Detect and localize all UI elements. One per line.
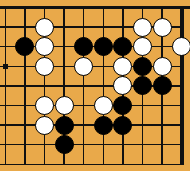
intersection-M13[interactable] xyxy=(35,115,55,135)
intersection-P19[interactable] xyxy=(93,0,113,17)
intersection-Q14[interactable] xyxy=(113,96,133,116)
stone-white-M13[interactable] xyxy=(35,116,54,135)
intersection-Q11[interactable] xyxy=(113,154,133,171)
intersection-K17[interactable] xyxy=(0,37,15,57)
intersection-S15[interactable] xyxy=(152,76,172,96)
intersection-O16[interactable] xyxy=(74,56,94,76)
intersection-O13[interactable] xyxy=(74,115,94,135)
stone-white-Q15[interactable] xyxy=(113,76,132,95)
intersection-R16[interactable] xyxy=(133,56,153,76)
intersection-S17[interactable] xyxy=(152,37,172,57)
intersection-Q18[interactable] xyxy=(113,17,133,37)
intersection-O18[interactable] xyxy=(74,17,94,37)
intersection-S11[interactable] xyxy=(152,154,172,171)
intersection-T11[interactable] xyxy=(172,154,190,171)
intersection-P14[interactable] xyxy=(93,96,113,116)
intersection-T12[interactable] xyxy=(172,135,190,155)
intersection-L17[interactable] xyxy=(15,37,35,57)
intersection-L13[interactable] xyxy=(15,115,35,135)
intersection-K11[interactable] xyxy=(0,154,15,171)
intersection-T19[interactable] xyxy=(172,0,190,17)
stone-white-M14[interactable] xyxy=(35,96,54,115)
intersection-N19[interactable] xyxy=(54,0,74,17)
stone-black-N13[interactable] xyxy=(55,116,74,135)
intersection-O12[interactable] xyxy=(74,135,94,155)
intersection-K16[interactable] xyxy=(0,56,15,76)
stone-white-O16[interactable] xyxy=(74,57,93,76)
intersection-L19[interactable] xyxy=(15,0,35,17)
stone-white-S16[interactable] xyxy=(153,57,172,76)
intersection-O17[interactable] xyxy=(74,37,94,57)
intersection-L15[interactable] xyxy=(15,76,35,96)
stone-white-M16[interactable] xyxy=(35,57,54,76)
intersection-P16[interactable] xyxy=(93,56,113,76)
intersection-R17[interactable] xyxy=(133,37,153,57)
stone-white-T17[interactable] xyxy=(172,37,190,56)
intersection-O14[interactable] xyxy=(74,96,94,116)
intersection-K14[interactable] xyxy=(0,96,15,116)
stone-white-N14[interactable] xyxy=(55,96,74,115)
intersection-M14[interactable] xyxy=(35,96,55,116)
intersection-R19[interactable] xyxy=(133,0,153,17)
intersection-T15[interactable] xyxy=(172,76,190,96)
intersection-L12[interactable] xyxy=(15,135,35,155)
intersection-N18[interactable] xyxy=(54,17,74,37)
intersection-N16[interactable] xyxy=(54,56,74,76)
intersection-T17[interactable] xyxy=(172,37,190,57)
stone-black-Q14[interactable] xyxy=(113,96,132,115)
intersection-N11[interactable] xyxy=(54,154,74,171)
intersection-Q16[interactable] xyxy=(113,56,133,76)
intersection-O19[interactable] xyxy=(74,0,94,17)
stone-black-R16[interactable] xyxy=(133,57,152,76)
intersection-Q12[interactable] xyxy=(113,135,133,155)
stone-white-Q16[interactable] xyxy=(113,57,132,76)
stone-black-Q17[interactable] xyxy=(113,37,132,56)
intersection-O11[interactable] xyxy=(74,154,94,171)
intersection-L16[interactable] xyxy=(15,56,35,76)
star-point xyxy=(3,64,8,69)
intersection-P17[interactable] xyxy=(93,37,113,57)
intersection-P18[interactable] xyxy=(93,17,113,37)
stone-black-P17[interactable] xyxy=(94,37,113,56)
intersection-Q15[interactable] xyxy=(113,76,133,96)
stone-white-P14[interactable] xyxy=(94,96,113,115)
intersection-R14[interactable] xyxy=(133,96,153,116)
intersection-K18[interactable] xyxy=(0,17,15,37)
intersection-S18[interactable] xyxy=(152,17,172,37)
intersection-M17[interactable] xyxy=(35,37,55,57)
intersection-S12[interactable] xyxy=(152,135,172,155)
intersection-P15[interactable] xyxy=(93,76,113,96)
intersection-N14[interactable] xyxy=(54,96,74,116)
intersection-O15[interactable] xyxy=(74,76,94,96)
intersection-M16[interactable] xyxy=(35,56,55,76)
intersection-L11[interactable] xyxy=(15,154,35,171)
stone-black-R15[interactable] xyxy=(133,76,152,95)
intersection-K15[interactable] xyxy=(0,76,15,96)
intersection-T13[interactable] xyxy=(172,115,190,135)
intersection-N12[interactable] xyxy=(54,135,74,155)
go-board xyxy=(0,0,190,171)
intersection-K19[interactable] xyxy=(0,0,15,17)
stone-black-P13[interactable] xyxy=(94,116,113,135)
intersection-K12[interactable] xyxy=(0,135,15,155)
intersection-R15[interactable] xyxy=(133,76,153,96)
stone-black-L17[interactable] xyxy=(15,37,34,56)
stone-white-S18[interactable] xyxy=(153,18,172,37)
stone-white-M17[interactable] xyxy=(35,37,54,56)
intersection-P12[interactable] xyxy=(93,135,113,155)
intersection-P11[interactable] xyxy=(93,154,113,171)
stone-black-O17[interactable] xyxy=(74,37,93,56)
intersection-Q17[interactable] xyxy=(113,37,133,57)
go-grid xyxy=(0,0,190,171)
stone-white-R18[interactable] xyxy=(133,18,152,37)
intersection-T18[interactable] xyxy=(172,17,190,37)
intersection-R11[interactable] xyxy=(133,154,153,171)
intersection-Q19[interactable] xyxy=(113,0,133,17)
intersection-T14[interactable] xyxy=(172,96,190,116)
intersection-R13[interactable] xyxy=(133,115,153,135)
intersection-M18[interactable] xyxy=(35,17,55,37)
intersection-N13[interactable] xyxy=(54,115,74,135)
intersection-Q13[interactable] xyxy=(113,115,133,135)
stone-white-R17[interactable] xyxy=(133,37,152,56)
intersection-M11[interactable] xyxy=(35,154,55,171)
intersection-P13[interactable] xyxy=(93,115,113,135)
intersection-R18[interactable] xyxy=(133,17,153,37)
intersection-M19[interactable] xyxy=(35,0,55,17)
stone-black-S15[interactable] xyxy=(153,76,172,95)
intersection-M15[interactable] xyxy=(35,76,55,96)
intersection-S13[interactable] xyxy=(152,115,172,135)
intersection-R12[interactable] xyxy=(133,135,153,155)
intersection-T16[interactable] xyxy=(172,56,190,76)
intersection-S16[interactable] xyxy=(152,56,172,76)
stone-white-M18[interactable] xyxy=(35,18,54,37)
intersection-N15[interactable] xyxy=(54,76,74,96)
intersection-M12[interactable] xyxy=(35,135,55,155)
stone-black-N12[interactable] xyxy=(55,135,74,154)
intersection-S19[interactable] xyxy=(152,0,172,17)
intersection-K13[interactable] xyxy=(0,115,15,135)
intersection-S14[interactable] xyxy=(152,96,172,116)
intersection-N17[interactable] xyxy=(54,37,74,57)
intersection-L14[interactable] xyxy=(15,96,35,116)
stone-black-Q13[interactable] xyxy=(113,116,132,135)
intersection-L18[interactable] xyxy=(15,17,35,37)
